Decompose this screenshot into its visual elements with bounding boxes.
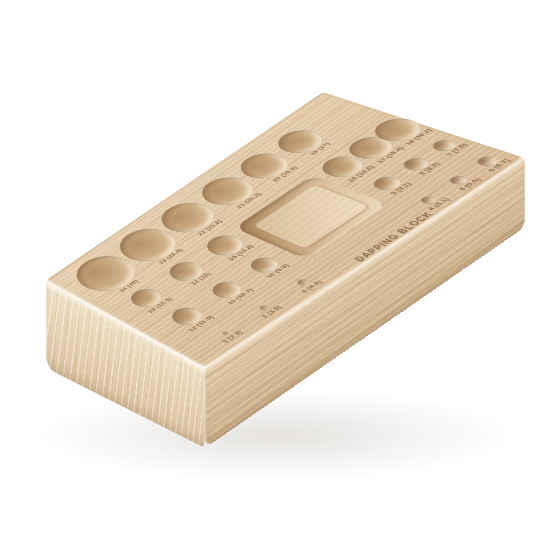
- ground-shadow: [40, 390, 510, 480]
- square-recess: [234, 175, 388, 259]
- square-recess-floor: [253, 185, 369, 249]
- product-photo-stage: 24 (25) 23 (23.4) 22 (21.6) 21 (20.2) 20…: [0, 0, 550, 550]
- dapping-hole-19: [270, 126, 332, 157]
